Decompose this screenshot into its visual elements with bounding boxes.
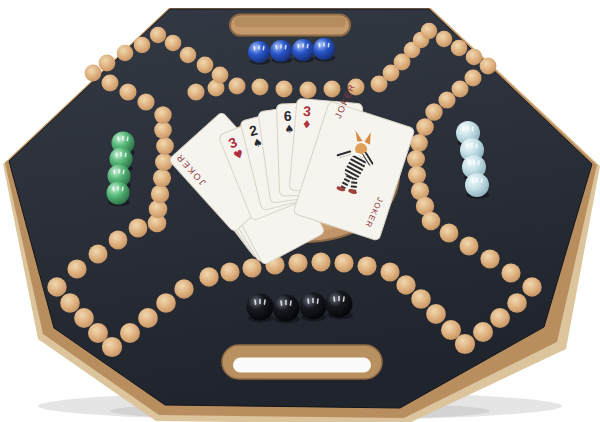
track-hole-18[interactable] <box>480 58 497 75</box>
track-hole-60[interactable] <box>47 277 66 296</box>
track-hole-75[interactable] <box>102 75 119 92</box>
marble-highlight <box>285 300 287 306</box>
track-hole-19[interactable] <box>465 70 482 87</box>
marble-highlight <box>467 126 469 131</box>
track-hole-25[interactable] <box>407 150 425 168</box>
track-hole-80[interactable] <box>150 27 166 43</box>
track-hole-57[interactable] <box>88 323 108 343</box>
track-hole-14[interactable] <box>421 23 437 39</box>
track-hole-22[interactable] <box>425 103 442 120</box>
marble-blue-1[interactable] <box>248 41 270 63</box>
track-hole-42[interactable] <box>396 275 415 294</box>
svg-text:♦: ♦ <box>301 118 312 132</box>
track-hole-76[interactable] <box>85 65 102 82</box>
track-hole-81[interactable] <box>165 35 182 52</box>
marble-highlight <box>473 160 475 165</box>
track-hole-7[interactable] <box>324 81 341 98</box>
track-hole-62[interactable] <box>89 245 108 264</box>
track-hole-64[interactable] <box>129 219 148 238</box>
track-hole-61[interactable] <box>67 259 86 278</box>
track-hole-74[interactable] <box>119 83 136 100</box>
bottom-handle-slot <box>233 358 371 373</box>
track-hole-41[interactable] <box>411 289 431 309</box>
marble-green-4[interactable] <box>107 182 130 205</box>
marble-highlight <box>338 296 340 302</box>
track-hole-1[interactable] <box>187 83 204 100</box>
track-hole-6[interactable] <box>300 82 317 99</box>
marble-highlight <box>312 298 314 304</box>
track-hole-15[interactable] <box>436 31 452 47</box>
track-hole-34[interactable] <box>522 277 541 296</box>
track-hole-44[interactable] <box>357 256 376 275</box>
track-hole-83[interactable] <box>197 57 214 74</box>
marble-highlight <box>259 299 261 305</box>
track-hole-79[interactable] <box>134 37 151 54</box>
track-hole-4[interactable] <box>252 79 269 96</box>
track-hole-69[interactable] <box>155 153 173 171</box>
track-hole-70[interactable] <box>156 137 174 155</box>
track-hole-30[interactable] <box>440 224 459 243</box>
track-hole-55[interactable] <box>120 323 140 343</box>
marble-highlight <box>120 152 122 157</box>
track-hole-77[interactable] <box>99 55 116 72</box>
track-hole-23[interactable] <box>416 118 434 136</box>
track-hole-33[interactable] <box>501 263 520 282</box>
product-photo: JOKER3♥2♠6♠3♦JOKERJOKER <box>0 0 600 422</box>
marble-highlight <box>280 44 282 49</box>
track-hole-47[interactable] <box>288 253 307 272</box>
track-hole-71[interactable] <box>154 121 172 139</box>
svg-text:♠: ♠ <box>284 123 294 136</box>
track-hole-53[interactable] <box>156 293 176 313</box>
marble-blue-3[interactable] <box>292 39 314 61</box>
track-hole-37[interactable] <box>473 322 493 342</box>
track-hole-29[interactable] <box>422 212 441 231</box>
track-hole-78[interactable] <box>117 45 134 62</box>
track-hole-54[interactable] <box>138 308 158 328</box>
track-hole-43[interactable] <box>380 262 399 281</box>
track-hole-32[interactable] <box>480 249 499 268</box>
marble-highlight <box>323 42 325 47</box>
track-hole-16[interactable] <box>451 40 468 57</box>
game-board: JOKER3♥2♠6♠3♦JOKERJOKER <box>0 0 600 422</box>
track-hole-39[interactable] <box>441 320 461 340</box>
marble-light-blue-4[interactable] <box>465 173 489 197</box>
marble-black-1[interactable] <box>247 294 274 321</box>
marble-highlight <box>471 143 473 148</box>
track-hole-35[interactable] <box>507 293 527 313</box>
top-handle-shading <box>234 17 346 28</box>
marble-highlight <box>122 136 124 141</box>
marble-highlight <box>118 169 120 174</box>
track-hole-46[interactable] <box>311 252 330 271</box>
track-hole-84[interactable] <box>212 67 229 84</box>
track-hole-52[interactable] <box>174 279 193 298</box>
track-hole-36[interactable] <box>490 308 510 328</box>
track-hole-21[interactable] <box>438 91 455 108</box>
marble-highlight <box>117 186 119 191</box>
marble-highlight <box>302 43 304 48</box>
marble-black-2[interactable] <box>273 295 300 322</box>
track-hole-31[interactable] <box>460 237 479 256</box>
marble-black-4[interactable] <box>326 291 353 318</box>
track-hole-82[interactable] <box>180 47 197 64</box>
svg-text:6: 6 <box>284 108 293 124</box>
track-hole-40[interactable] <box>426 304 446 324</box>
track-hole-45[interactable] <box>334 253 353 272</box>
track-hole-5[interactable] <box>276 81 293 98</box>
marble-blue-2[interactable] <box>270 40 292 62</box>
track-hole-50[interactable] <box>220 262 239 281</box>
track-hole-72[interactable] <box>154 106 171 123</box>
track-hole-51[interactable] <box>199 267 218 286</box>
marble-blue-4[interactable] <box>313 38 335 60</box>
track-hole-49[interactable] <box>242 258 261 277</box>
marble-black-3[interactable] <box>300 293 327 320</box>
track-hole-3[interactable] <box>229 78 246 95</box>
track-hole-68[interactable] <box>153 169 171 187</box>
marble-highlight <box>476 178 478 183</box>
track-hole-59[interactable] <box>60 293 80 313</box>
track-hole-63[interactable] <box>109 231 128 250</box>
track-hole-73[interactable] <box>137 93 154 110</box>
track-hole-20[interactable] <box>452 81 469 98</box>
marble-highlight <box>258 45 260 50</box>
track-hole-26[interactable] <box>408 166 426 184</box>
track-hole-58[interactable] <box>74 308 94 328</box>
track-hole-17[interactable] <box>466 49 483 66</box>
track-hole-67[interactable] <box>151 185 169 203</box>
